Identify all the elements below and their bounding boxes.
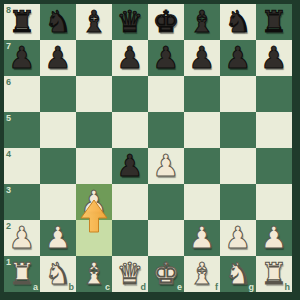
square-b5[interactable] xyxy=(40,112,76,148)
square-a4[interactable]: 4 xyxy=(4,148,40,184)
square-d4[interactable]: ♟ xyxy=(112,148,148,184)
square-c8[interactable]: ♝ xyxy=(76,4,112,40)
black-pawn-icon[interactable]: ♟ xyxy=(117,40,144,76)
square-c6[interactable] xyxy=(76,76,112,112)
square-g8[interactable]: ♞ xyxy=(220,4,256,40)
white-pawn-icon[interactable]: ♟ xyxy=(153,148,180,184)
white-pawn-icon[interactable]: ♟ xyxy=(9,220,36,256)
square-d3[interactable] xyxy=(112,184,148,220)
square-e3[interactable] xyxy=(148,184,184,220)
square-c4[interactable] xyxy=(76,148,112,184)
rank-label-5: 5 xyxy=(6,113,11,123)
white-queen-icon[interactable]: ♛ xyxy=(117,256,144,292)
square-g7[interactable]: ♟ xyxy=(220,40,256,76)
square-a7[interactable]: 7♟ xyxy=(4,40,40,76)
square-a1[interactable]: 1a♜ xyxy=(4,256,40,292)
square-e2[interactable] xyxy=(148,220,184,256)
square-e5[interactable] xyxy=(148,112,184,148)
square-b3[interactable] xyxy=(40,184,76,220)
square-e6[interactable] xyxy=(148,76,184,112)
white-bishop-icon[interactable]: ♝ xyxy=(189,256,216,292)
square-b8[interactable]: ♞ xyxy=(40,4,76,40)
square-a6[interactable]: 6 xyxy=(4,76,40,112)
white-knight-icon[interactable]: ♞ xyxy=(45,256,72,292)
square-f8[interactable]: ♝ xyxy=(184,4,220,40)
square-d7[interactable]: ♟ xyxy=(112,40,148,76)
square-a8[interactable]: 8♜ xyxy=(4,4,40,40)
white-king-icon[interactable]: ♚ xyxy=(153,256,180,292)
square-d1[interactable]: d♛ xyxy=(112,256,148,292)
square-f1[interactable]: f♝ xyxy=(184,256,220,292)
black-rook-icon[interactable]: ♜ xyxy=(261,4,288,40)
square-c2[interactable] xyxy=(76,220,112,256)
square-d5[interactable] xyxy=(112,112,148,148)
black-pawn-icon[interactable]: ♟ xyxy=(45,40,72,76)
square-f6[interactable] xyxy=(184,76,220,112)
square-h1[interactable]: h♜ xyxy=(256,256,292,292)
square-a3[interactable]: 3 xyxy=(4,184,40,220)
square-d2[interactable] xyxy=(112,220,148,256)
chess-board: 8♜♞♝♛♚♝♞♜7♟♟♟♟♟♟♟654♟♟3♟2♟♟♟♟♟1a♜b♞c♝d♛e… xyxy=(4,4,292,292)
square-d8[interactable]: ♛ xyxy=(112,4,148,40)
square-f4[interactable] xyxy=(184,148,220,184)
square-g4[interactable] xyxy=(220,148,256,184)
black-king-icon[interactable]: ♚ xyxy=(153,4,180,40)
square-h6[interactable] xyxy=(256,76,292,112)
black-pawn-icon[interactable]: ♟ xyxy=(189,40,216,76)
square-h4[interactable] xyxy=(256,148,292,184)
square-a2[interactable]: 2♟ xyxy=(4,220,40,256)
black-pawn-icon[interactable]: ♟ xyxy=(261,40,288,76)
black-pawn-icon[interactable]: ♟ xyxy=(9,40,36,76)
rank-label-4: 4 xyxy=(6,149,11,159)
white-pawn-icon[interactable]: ♟ xyxy=(261,220,288,256)
square-b6[interactable] xyxy=(40,76,76,112)
square-e4[interactable]: ♟ xyxy=(148,148,184,184)
black-pawn-icon[interactable]: ♟ xyxy=(117,148,144,184)
rank-label-3: 3 xyxy=(6,185,11,195)
square-e7[interactable]: ♟ xyxy=(148,40,184,76)
black-bishop-icon[interactable]: ♝ xyxy=(189,4,216,40)
white-pawn-icon[interactable]: ♟ xyxy=(225,220,252,256)
square-a5[interactable]: 5 xyxy=(4,112,40,148)
square-g1[interactable]: g♞ xyxy=(220,256,256,292)
white-bishop-icon[interactable]: ♝ xyxy=(81,256,108,292)
white-rook-icon[interactable]: ♜ xyxy=(261,256,288,292)
black-rook-icon[interactable]: ♜ xyxy=(9,4,36,40)
black-queen-icon[interactable]: ♛ xyxy=(117,4,144,40)
square-b1[interactable]: b♞ xyxy=(40,256,76,292)
square-b2[interactable]: ♟ xyxy=(40,220,76,256)
square-c3[interactable]: ♟ xyxy=(76,184,112,220)
square-g2[interactable]: ♟ xyxy=(220,220,256,256)
rank-label-6: 6 xyxy=(6,77,11,87)
square-e8[interactable]: ♚ xyxy=(148,4,184,40)
square-f7[interactable]: ♟ xyxy=(184,40,220,76)
square-f5[interactable] xyxy=(184,112,220,148)
square-d6[interactable] xyxy=(112,76,148,112)
square-c1[interactable]: c♝ xyxy=(76,256,112,292)
square-c5[interactable] xyxy=(76,112,112,148)
square-e1[interactable]: e♚ xyxy=(148,256,184,292)
square-g3[interactable] xyxy=(220,184,256,220)
square-h3[interactable] xyxy=(256,184,292,220)
square-c7[interactable] xyxy=(76,40,112,76)
black-pawn-icon[interactable]: ♟ xyxy=(153,40,180,76)
square-h2[interactable]: ♟ xyxy=(256,220,292,256)
chess-board-frame: 8♜♞♝♛♚♝♞♜7♟♟♟♟♟♟♟654♟♟3♟2♟♟♟♟♟1a♜b♞c♝d♛e… xyxy=(0,0,300,300)
black-knight-icon[interactable]: ♞ xyxy=(225,4,252,40)
square-b4[interactable] xyxy=(40,148,76,184)
square-f3[interactable] xyxy=(184,184,220,220)
square-h8[interactable]: ♜ xyxy=(256,4,292,40)
square-b7[interactable]: ♟ xyxy=(40,40,76,76)
white-knight-icon[interactable]: ♞ xyxy=(225,256,252,292)
square-f2[interactable]: ♟ xyxy=(184,220,220,256)
black-pawn-icon[interactable]: ♟ xyxy=(225,40,252,76)
white-rook-icon[interactable]: ♜ xyxy=(9,256,36,292)
white-pawn-icon[interactable]: ♟ xyxy=(189,220,216,256)
white-pawn-icon[interactable]: ♟ xyxy=(45,220,72,256)
white-pawn-icon[interactable]: ♟ xyxy=(81,184,108,220)
square-h5[interactable] xyxy=(256,112,292,148)
square-g5[interactable] xyxy=(220,112,256,148)
black-bishop-icon[interactable]: ♝ xyxy=(81,4,108,40)
square-g6[interactable] xyxy=(220,76,256,112)
black-knight-icon[interactable]: ♞ xyxy=(45,4,72,40)
square-h7[interactable]: ♟ xyxy=(256,40,292,76)
